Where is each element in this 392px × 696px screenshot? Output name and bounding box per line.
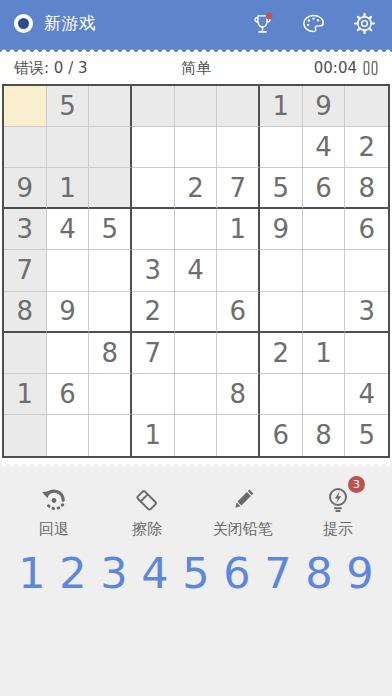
cell-r7c2[interactable] — [47, 333, 90, 374]
cell-r4c7[interactable]: 9 — [260, 209, 303, 250]
undo-button[interactable]: 回退 — [26, 484, 82, 539]
cell-r1c5[interactable] — [175, 86, 218, 127]
cell-r7c9[interactable] — [345, 333, 388, 374]
cell-r8c1[interactable]: 1 — [4, 374, 47, 415]
cell-r2c7[interactable] — [260, 127, 303, 168]
cell-r6c3[interactable] — [89, 292, 132, 333]
numpad-4[interactable]: 4 — [138, 549, 172, 598]
cell-r2c6[interactable] — [217, 127, 260, 168]
empty-area — [0, 598, 392, 696]
cell-r1c6[interactable] — [217, 86, 260, 127]
cell-r9c9[interactable]: 5 — [345, 415, 388, 456]
board-wrap: 51942912756834519673489263872116841685 — [0, 84, 392, 464]
new-game-button[interactable]: 新游戏 — [44, 12, 97, 35]
cell-r9c4[interactable]: 1 — [132, 415, 175, 456]
cell-r6c1[interactable]: 8 — [4, 292, 47, 333]
cell-r4c2[interactable]: 4 — [47, 209, 90, 250]
cell-r9c7[interactable]: 6 — [260, 415, 303, 456]
cell-r5c1[interactable]: 7 — [4, 250, 47, 291]
cell-r4c8[interactable] — [303, 209, 346, 250]
cell-r2c3[interactable] — [89, 127, 132, 168]
cell-r6c4[interactable]: 2 — [132, 292, 175, 333]
timer-area: 00:04 — [257, 59, 378, 77]
timer-value: 00:04 — [314, 59, 357, 77]
cell-r7c7[interactable]: 2 — [260, 333, 303, 374]
cell-r2c9[interactable]: 2 — [345, 127, 388, 168]
hint-button[interactable]: 3 提示 — [310, 484, 366, 539]
pencil-icon — [227, 484, 259, 516]
undo-icon — [38, 484, 70, 516]
cell-r9c6[interactable] — [217, 415, 260, 456]
cell-r3c1[interactable]: 9 — [4, 168, 47, 209]
cell-r2c5[interactable] — [175, 127, 218, 168]
cell-r8c2[interactable]: 6 — [47, 374, 90, 415]
cell-r2c1[interactable] — [4, 127, 47, 168]
cell-r5c9[interactable] — [345, 250, 388, 291]
cell-r2c4[interactable] — [132, 127, 175, 168]
hint-badge: 3 — [348, 476, 365, 493]
numpad-6[interactable]: 6 — [220, 549, 254, 598]
cell-r9c1[interactable] — [4, 415, 47, 456]
cell-r5c6[interactable] — [217, 250, 260, 291]
cell-r8c4[interactable] — [132, 374, 175, 415]
gear-icon[interactable] — [351, 10, 378, 37]
eraser-icon — [131, 484, 163, 516]
numpad-1[interactable]: 1 — [15, 549, 49, 598]
pencil-toggle-label: 关闭铅笔 — [213, 520, 273, 539]
cell-r8c3[interactable] — [89, 374, 132, 415]
erase-button[interactable]: 擦除 — [119, 484, 175, 539]
trophy-notification-dot — [266, 12, 273, 19]
numpad-2[interactable]: 2 — [56, 549, 90, 598]
cell-r1c1[interactable] — [4, 86, 47, 127]
palette-icon[interactable] — [300, 10, 327, 37]
cell-r1c2[interactable]: 5 — [47, 86, 90, 127]
trophy-icon[interactable] — [249, 10, 276, 37]
cell-r6c9[interactable]: 3 — [345, 292, 388, 333]
cell-r5c2[interactable] — [47, 250, 90, 291]
mistakes-counter: 错误: 0 / 3 — [14, 59, 135, 78]
cell-r3c8[interactable]: 6 — [303, 168, 346, 209]
cell-r5c8[interactable] — [303, 250, 346, 291]
cell-r8c9[interactable]: 4 — [345, 374, 388, 415]
cell-r4c3[interactable]: 5 — [89, 209, 132, 250]
header-bar: 新游戏 — [0, 0, 392, 46]
sudoku-app: 新游戏 — [0, 0, 392, 696]
hint-label: 提示 — [323, 520, 353, 539]
erase-label: 擦除 — [132, 520, 162, 539]
numpad-8[interactable]: 8 — [302, 549, 336, 598]
sudoku-grid: 51942912756834519673489263872116841685 — [2, 84, 390, 458]
cell-r7c4[interactable]: 7 — [132, 333, 175, 374]
cell-r9c3[interactable] — [89, 415, 132, 456]
numpad-3[interactable]: 3 — [97, 549, 131, 598]
cell-r5c7[interactable] — [260, 250, 303, 291]
number-pad: 123456789 — [0, 539, 392, 598]
toolbar: 回退 擦除 — [0, 470, 392, 539]
status-bar: 错误: 0 / 3 简单 00:04 — [0, 52, 392, 84]
cell-r1c3[interactable] — [89, 86, 132, 127]
cell-r8c8[interactable] — [303, 374, 346, 415]
cell-r2c2[interactable] — [47, 127, 90, 168]
cell-r5c5[interactable]: 4 — [175, 250, 218, 291]
undo-label: 回退 — [39, 520, 69, 539]
cell-r7c1[interactable] — [4, 333, 47, 374]
cell-r3c6[interactable]: 7 — [217, 168, 260, 209]
cell-r3c7[interactable]: 5 — [260, 168, 303, 209]
cell-r4c1[interactable]: 3 — [4, 209, 47, 250]
cell-r7c6[interactable] — [217, 333, 260, 374]
difficulty-label: 简单 — [135, 59, 256, 78]
cell-r6c5[interactable] — [175, 292, 218, 333]
cell-r4c6[interactable]: 1 — [217, 209, 260, 250]
cell-r1c9[interactable] — [345, 86, 388, 127]
cell-r6c6[interactable]: 6 — [217, 292, 260, 333]
cell-r3c9[interactable]: 8 — [345, 168, 388, 209]
cell-r8c6[interactable]: 8 — [217, 374, 260, 415]
cell-r6c2[interactable]: 9 — [47, 292, 90, 333]
cell-r5c3[interactable] — [89, 250, 132, 291]
cell-r4c5[interactable] — [175, 209, 218, 250]
cell-r1c7[interactable]: 1 — [260, 86, 303, 127]
cell-r8c7[interactable] — [260, 374, 303, 415]
header-icons — [249, 10, 378, 37]
cell-r4c9[interactable]: 6 — [345, 209, 388, 250]
numpad-7[interactable]: 7 — [261, 549, 295, 598]
cell-r3c5[interactable]: 2 — [175, 168, 218, 209]
cell-r7c3[interactable]: 8 — [89, 333, 132, 374]
cell-r9c5[interactable] — [175, 415, 218, 456]
cell-r1c8[interactable]: 9 — [303, 86, 346, 127]
pencil-toggle-button[interactable]: 关闭铅笔 — [213, 484, 273, 539]
new-game-icon[interactable] — [14, 14, 33, 33]
cell-r3c2[interactable]: 1 — [47, 168, 90, 209]
numpad-9[interactable]: 9 — [343, 549, 377, 598]
cell-r7c8[interactable]: 1 — [303, 333, 346, 374]
cell-r6c7[interactable] — [260, 292, 303, 333]
cell-r9c8[interactable]: 8 — [303, 415, 346, 456]
cell-r2c8[interactable]: 4 — [303, 127, 346, 168]
cell-r5c4[interactable]: 3 — [132, 250, 175, 291]
cell-r3c4[interactable] — [132, 168, 175, 209]
cell-r4c4[interactable] — [132, 209, 175, 250]
numpad-5[interactable]: 5 — [179, 549, 213, 598]
pause-icon[interactable] — [363, 60, 378, 76]
cell-r8c5[interactable] — [175, 374, 218, 415]
cell-r3c3[interactable] — [89, 168, 132, 209]
cell-r9c2[interactable] — [47, 415, 90, 456]
cell-r6c8[interactable] — [303, 292, 346, 333]
cell-r1c4[interactable] — [132, 86, 175, 127]
cell-r7c5[interactable] — [175, 333, 218, 374]
